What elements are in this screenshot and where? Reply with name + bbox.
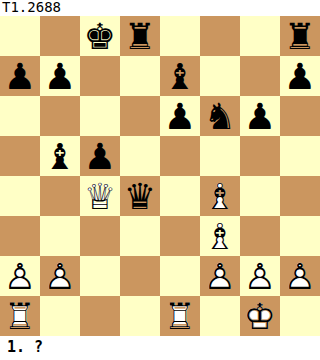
square-c6[interactable] [80,96,120,136]
square-h6[interactable] [280,96,320,136]
square-g7[interactable] [240,56,280,96]
square-g4[interactable] [240,176,280,216]
piece-fill-layer: ♜ [280,16,320,56]
piece-outline-layer: ♗ [200,176,240,216]
square-f8[interactable] [200,16,240,56]
piece-fill-layer: ♜ [120,16,160,56]
piece-outline-layer: ♙ [40,256,80,296]
square-a3[interactable] [0,216,40,256]
piece-fill-layer: ♚ [80,16,120,56]
piece-outline-layer: ♙ [200,256,240,296]
square-b5[interactable]: ♝ [40,136,80,176]
square-a5[interactable] [0,136,40,176]
square-c2[interactable] [80,256,120,296]
piece-outline-layer: ♙ [280,256,320,296]
square-f3[interactable]: ♝♗ [200,216,240,256]
square-c4[interactable]: ♛♕ [80,176,120,216]
piece-outline-layer: ♖ [160,296,200,336]
puzzle-title: T1.2688 [0,0,320,16]
square-h2[interactable]: ♟♙ [280,256,320,296]
white-rook[interactable]: ♜♖ [0,296,40,336]
square-g3[interactable] [240,216,280,256]
black-knight[interactable]: ♞ [200,96,240,136]
square-e6[interactable]: ♟ [160,96,200,136]
piece-outline-layer: ♖ [0,296,40,336]
square-f4[interactable]: ♝♗ [200,176,240,216]
white-pawn[interactable]: ♟♙ [240,256,280,296]
black-bishop[interactable]: ♝ [40,136,80,176]
piece-fill-layer: ♟ [40,56,80,96]
square-f2[interactable]: ♟♙ [200,256,240,296]
chess-board: ♚♜♜♟♟♝♟♟♞♟♝♟♛♕♛♝♗♝♗♟♙♟♙♟♙♟♙♟♙♜♖♜♖♚♔ [0,16,320,336]
white-pawn[interactable]: ♟♙ [40,256,80,296]
black-pawn[interactable]: ♟ [40,56,80,96]
square-g5[interactable] [240,136,280,176]
square-h1[interactable] [280,296,320,336]
square-a4[interactable] [0,176,40,216]
square-d6[interactable] [120,96,160,136]
black-pawn[interactable]: ♟ [280,56,320,96]
square-b4[interactable] [40,176,80,216]
piece-outline-layer: ♙ [0,256,40,296]
piece-fill-layer: ♟ [240,96,280,136]
square-b1[interactable] [40,296,80,336]
square-g2[interactable]: ♟♙ [240,256,280,296]
square-h5[interactable] [280,136,320,176]
square-h4[interactable] [280,176,320,216]
square-b6[interactable] [40,96,80,136]
square-b8[interactable] [40,16,80,56]
square-e3[interactable] [160,216,200,256]
square-f7[interactable] [200,56,240,96]
black-pawn[interactable]: ♟ [160,96,200,136]
black-rook[interactable]: ♜ [120,16,160,56]
square-a6[interactable] [0,96,40,136]
piece-outline-layer: ♗ [200,216,240,256]
square-c5[interactable]: ♟ [80,136,120,176]
piece-fill-layer: ♝ [160,56,200,96]
piece-fill-layer: ♝ [40,136,80,176]
white-queen[interactable]: ♛♕ [80,176,120,216]
square-d4[interactable]: ♛ [120,176,160,216]
square-e1[interactable]: ♜♖ [160,296,200,336]
square-b2[interactable]: ♟♙ [40,256,80,296]
square-d5[interactable] [120,136,160,176]
square-c7[interactable] [80,56,120,96]
square-d1[interactable] [120,296,160,336]
square-f1[interactable] [200,296,240,336]
square-g1[interactable]: ♚♔ [240,296,280,336]
piece-fill-layer: ♟ [280,56,320,96]
piece-fill-layer: ♛ [120,176,160,216]
piece-outline-layer: ♙ [240,256,280,296]
square-c3[interactable] [80,216,120,256]
square-d3[interactable] [120,216,160,256]
black-bishop[interactable]: ♝ [160,56,200,96]
square-h8[interactable]: ♜ [280,16,320,56]
piece-fill-layer: ♟ [0,56,40,96]
white-rook[interactable]: ♜♖ [160,296,200,336]
black-queen[interactable]: ♛ [120,176,160,216]
black-pawn[interactable]: ♟ [80,136,120,176]
square-e8[interactable] [160,16,200,56]
square-e5[interactable] [160,136,200,176]
square-g6[interactable]: ♟ [240,96,280,136]
white-pawn[interactable]: ♟♙ [0,256,40,296]
square-d2[interactable] [120,256,160,296]
piece-outline-layer: ♕ [80,176,120,216]
square-b7[interactable]: ♟ [40,56,80,96]
square-d7[interactable] [120,56,160,96]
white-bishop[interactable]: ♝♗ [200,216,240,256]
square-c8[interactable]: ♚ [80,16,120,56]
piece-outline-layer: ♔ [240,296,280,336]
square-d8[interactable]: ♜ [120,16,160,56]
white-king[interactable]: ♚♔ [240,296,280,336]
square-a1[interactable]: ♜♖ [0,296,40,336]
piece-fill-layer: ♟ [80,136,120,176]
square-h7[interactable]: ♟ [280,56,320,96]
square-a7[interactable]: ♟ [0,56,40,96]
square-f5[interactable] [200,136,240,176]
square-a2[interactable]: ♟♙ [0,256,40,296]
white-pawn[interactable]: ♟♙ [280,256,320,296]
white-pawn[interactable]: ♟♙ [200,256,240,296]
black-rook[interactable]: ♜ [280,16,320,56]
black-king[interactable]: ♚ [80,16,120,56]
square-e7[interactable]: ♝ [160,56,200,96]
square-g8[interactable] [240,16,280,56]
move-prompt: 1. ? [0,336,320,360]
square-b3[interactable] [40,216,80,256]
chess-puzzle-window: T1.2688 ♚♜♜♟♟♝♟♟♞♟♝♟♛♕♛♝♗♝♗♟♙♟♙♟♙♟♙♟♙♜♖♜… [0,0,320,360]
black-pawn[interactable]: ♟ [240,96,280,136]
piece-fill-layer: ♟ [160,96,200,136]
square-f6[interactable]: ♞ [200,96,240,136]
white-bishop[interactable]: ♝♗ [200,176,240,216]
square-e4[interactable] [160,176,200,216]
square-e2[interactable] [160,256,200,296]
black-pawn[interactable]: ♟ [0,56,40,96]
square-a8[interactable] [0,16,40,56]
square-h3[interactable] [280,216,320,256]
square-c1[interactable] [80,296,120,336]
piece-fill-layer: ♞ [200,96,240,136]
